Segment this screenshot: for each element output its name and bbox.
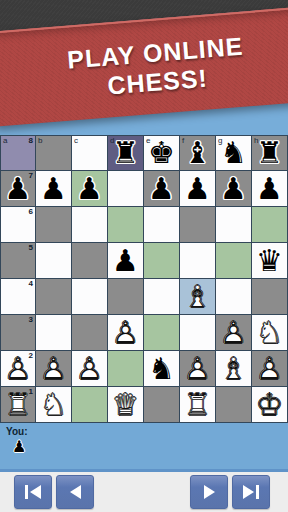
file-label-f: f: [182, 136, 184, 145]
square-g7[interactable]: ♟: [216, 171, 252, 207]
square-e4[interactable]: [144, 279, 180, 315]
square-d1[interactable]: ♛♕: [108, 387, 144, 423]
square-c1[interactable]: [72, 387, 108, 423]
square-f5[interactable]: [180, 243, 216, 279]
square-d2[interactable]: [108, 351, 144, 387]
rank-label-6: 6: [29, 207, 33, 216]
square-c7[interactable]: ♟: [72, 171, 108, 207]
square-a4[interactable]: 4: [0, 279, 36, 315]
square-e5[interactable]: [144, 243, 180, 279]
square-g4[interactable]: [216, 279, 252, 315]
square-c4[interactable]: [72, 279, 108, 315]
square-g5[interactable]: [216, 243, 252, 279]
square-c6[interactable]: [72, 207, 108, 243]
square-h4[interactable]: [252, 279, 288, 315]
white-pawn: ♟♙: [73, 352, 107, 386]
white-pawn: ♟♙: [109, 316, 143, 350]
white-pawn: ♟♙: [181, 352, 215, 386]
file-label-d: d: [110, 136, 114, 145]
square-b6[interactable]: [36, 207, 72, 243]
square-e2[interactable]: ♞: [144, 351, 180, 387]
rank-label-4: 4: [29, 279, 33, 288]
black-pawn: ♟: [109, 244, 143, 278]
white-knight: ♞♘: [37, 388, 71, 422]
square-a3[interactable]: 3: [0, 315, 36, 351]
square-e7[interactable]: ♟: [144, 171, 180, 207]
white-bishop: ♝♗: [217, 352, 251, 386]
square-h2[interactable]: ♟♙: [252, 351, 288, 387]
square-b3[interactable]: [36, 315, 72, 351]
black-pawn: ♟: [37, 172, 71, 206]
square-h7[interactable]: ♟: [252, 171, 288, 207]
white-king: ♚♔: [253, 388, 287, 422]
file-label-g: g: [218, 136, 222, 145]
file-label-c: c: [74, 136, 78, 145]
rank-label-5: 5: [29, 243, 33, 252]
white-bishop: ♝♗: [181, 280, 215, 314]
black-pawn: ♟: [145, 172, 179, 206]
skip-start-triangle-icon: [30, 485, 41, 499]
black-pawn: ♟: [73, 172, 107, 206]
square-d5[interactable]: ♟: [108, 243, 144, 279]
square-g2[interactable]: ♝♗: [216, 351, 252, 387]
white-pawn: ♟♙: [253, 352, 287, 386]
player-label: You:: [6, 426, 288, 438]
move-navigation-bar: [0, 472, 288, 512]
square-h6[interactable]: [252, 207, 288, 243]
square-e6[interactable]: [144, 207, 180, 243]
square-b8[interactable]: b: [36, 135, 72, 171]
square-c3[interactable]: [72, 315, 108, 351]
rank-label-8: 8: [29, 136, 33, 145]
file-label-b: b: [38, 136, 42, 145]
square-a2[interactable]: 2♟♙: [0, 351, 36, 387]
square-h8[interactable]: h♜: [252, 135, 288, 171]
square-c5[interactable]: [72, 243, 108, 279]
rank-label-3: 3: [29, 315, 33, 324]
forward-triangle-icon: [204, 485, 215, 499]
square-f7[interactable]: ♟: [180, 171, 216, 207]
chess-app: PLAY ONLINE CHESS! a8bcd♜e♚f♝g♞h♜7♟♟♟♟♟♟…: [0, 0, 288, 512]
file-label-e: e: [146, 136, 150, 145]
file-label-a: a: [3, 136, 7, 145]
black-bishop: ♝: [181, 136, 215, 170]
square-a1[interactable]: 1♜♖: [0, 387, 36, 423]
white-knight: ♞♘: [253, 316, 287, 350]
white-pawn: ♟♙: [37, 352, 71, 386]
square-g6[interactable]: [216, 207, 252, 243]
square-e8[interactable]: e♚: [144, 135, 180, 171]
square-h1[interactable]: ♚♔: [252, 387, 288, 423]
square-h5[interactable]: ♛: [252, 243, 288, 279]
square-b7[interactable]: ♟: [36, 171, 72, 207]
square-d4[interactable]: [108, 279, 144, 315]
skip-start-bar-icon: [25, 485, 28, 499]
rank-label-2: 2: [29, 351, 33, 360]
square-b4[interactable]: [36, 279, 72, 315]
square-b5[interactable]: [36, 243, 72, 279]
step-forward-button[interactable]: [190, 475, 228, 509]
square-d7[interactable]: [108, 171, 144, 207]
black-knight: ♞: [145, 352, 179, 386]
square-g3[interactable]: ♟♙: [216, 315, 252, 351]
square-a8[interactable]: a8: [0, 135, 36, 171]
square-a5[interactable]: 5: [0, 243, 36, 279]
square-g1[interactable]: [216, 387, 252, 423]
square-c8[interactable]: c: [72, 135, 108, 171]
white-pawn: ♟♙: [217, 316, 251, 350]
black-queen: ♛: [253, 244, 287, 278]
promo-header: PLAY ONLINE CHESS!: [0, 0, 288, 135]
square-f6[interactable]: [180, 207, 216, 243]
square-h3[interactable]: ♞♘: [252, 315, 288, 351]
rank-label-7: 7: [29, 171, 33, 180]
square-f4[interactable]: ♝♗: [180, 279, 216, 315]
square-f2[interactable]: ♟♙: [180, 351, 216, 387]
square-e3[interactable]: [144, 315, 180, 351]
square-b1[interactable]: ♞♘: [36, 387, 72, 423]
square-d8[interactable]: d♜: [108, 135, 144, 171]
square-a6[interactable]: 6: [0, 207, 36, 243]
nav-group-back: [14, 475, 94, 509]
square-f3[interactable]: [180, 315, 216, 351]
square-b2[interactable]: ♟♙: [36, 351, 72, 387]
square-e1[interactable]: [144, 387, 180, 423]
white-rook: ♜♖: [181, 388, 215, 422]
square-a7[interactable]: 7♟: [0, 171, 36, 207]
square-f8[interactable]: f♝: [180, 135, 216, 171]
rank-label-1: 1: [29, 387, 33, 396]
chess-board: a8bcd♜e♚f♝g♞h♜7♟♟♟♟♟♟♟65♟♛4♝♗3♟♙♟♙♞♘2♟♙♟…: [0, 135, 288, 423]
black-pawn: ♟: [217, 172, 251, 206]
nav-group-forward: [190, 475, 270, 509]
white-queen: ♛♕: [109, 388, 143, 422]
skip-end-triangle-icon: [243, 485, 254, 499]
black-pawn: ♟: [181, 172, 215, 206]
step-back-button[interactable]: [56, 475, 94, 509]
square-c2[interactable]: ♟♙: [72, 351, 108, 387]
file-label-h: h: [254, 136, 258, 145]
player-status-panel: You: ♟: [0, 423, 288, 472]
back-triangle-icon: [70, 485, 81, 499]
black-pawn: ♟: [253, 172, 287, 206]
skip-end-bar-icon: [256, 485, 259, 499]
player-side-pawn-icon: ♟: [12, 438, 288, 456]
go-to-start-button[interactable]: [14, 475, 52, 509]
go-to-end-button[interactable]: [232, 475, 270, 509]
square-d6[interactable]: [108, 207, 144, 243]
square-g8[interactable]: g♞: [216, 135, 252, 171]
square-f1[interactable]: ♜♖: [180, 387, 216, 423]
square-d3[interactable]: ♟♙: [108, 315, 144, 351]
